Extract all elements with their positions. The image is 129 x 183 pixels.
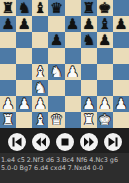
piece-white-knight: ♞ xyxy=(34,80,47,96)
square-e8[interactable] xyxy=(65,0,81,16)
square-f1[interactable]: ♜ xyxy=(81,112,97,128)
square-c6[interactable] xyxy=(32,32,48,48)
piece-black-pawn: ♟ xyxy=(2,16,15,32)
step-forward-button[interactable] xyxy=(80,133,98,151)
square-c5[interactable] xyxy=(32,48,48,64)
piece-white-knight: ♞ xyxy=(50,64,63,80)
piece-black-rook: ♜ xyxy=(82,0,95,16)
square-a8[interactable]: ♜ xyxy=(0,0,16,16)
square-h4[interactable] xyxy=(113,64,129,80)
piece-white-pawn: ♟ xyxy=(82,96,95,112)
stop-button[interactable] xyxy=(56,133,74,151)
square-g2[interactable]: ♟ xyxy=(97,96,113,112)
square-h8[interactable] xyxy=(113,0,129,16)
piece-white-pawn: ♟ xyxy=(66,64,79,80)
square-h7[interactable]: ♟ xyxy=(113,16,129,32)
piece-black-pawn: ♟ xyxy=(82,16,95,32)
square-d8[interactable]: ♛ xyxy=(48,0,64,16)
piece-black-pawn: ♟ xyxy=(114,16,127,32)
square-g5[interactable] xyxy=(97,48,113,64)
playback-controls xyxy=(0,128,129,153)
square-e4[interactable]: ♟ xyxy=(65,64,81,80)
step-back-button[interactable] xyxy=(32,133,50,151)
square-b7[interactable]: ♟ xyxy=(16,16,32,32)
square-c2[interactable]: ♟ xyxy=(32,96,48,112)
move-list: 1.e4 c5 2.Nf3 d6 3.Bc4 Nf6 4.Nc3 g6 5.0-… xyxy=(0,153,129,183)
square-e6[interactable] xyxy=(65,32,81,48)
piece-white-pawn: ♟ xyxy=(114,96,127,112)
piece-white-rook: ♜ xyxy=(2,112,15,128)
square-d4[interactable]: ♞ xyxy=(48,64,64,80)
square-h1[interactable] xyxy=(113,112,129,128)
square-b2[interactable]: ♟ xyxy=(16,96,32,112)
square-g8[interactable]: ♚ xyxy=(97,0,113,16)
rewind-icon xyxy=(36,137,46,147)
piece-white-bishop: ♝ xyxy=(34,112,47,128)
square-g3[interactable] xyxy=(97,80,113,96)
square-d1[interactable]: ♛ xyxy=(48,112,64,128)
piece-white-rook: ♜ xyxy=(82,112,95,128)
square-d2[interactable] xyxy=(48,96,64,112)
square-f5[interactable] xyxy=(81,48,97,64)
square-e3[interactable] xyxy=(65,80,81,96)
skip-to-end-button[interactable] xyxy=(104,133,122,151)
square-g1[interactable]: ♚ xyxy=(97,112,113,128)
square-h3[interactable] xyxy=(113,80,129,96)
piece-white-pawn: ♟ xyxy=(34,96,47,112)
square-a2[interactable]: ♟ xyxy=(0,96,16,112)
square-a5[interactable] xyxy=(0,48,16,64)
square-f6[interactable]: ♞ xyxy=(81,32,97,48)
square-f4[interactable] xyxy=(81,64,97,80)
piece-black-pawn: ♟ xyxy=(98,32,111,48)
square-e2[interactable] xyxy=(65,96,81,112)
square-e5[interactable] xyxy=(65,48,81,64)
piece-black-king: ♚ xyxy=(98,0,111,16)
square-b1[interactable] xyxy=(16,112,32,128)
square-f7[interactable]: ♟ xyxy=(81,16,97,32)
move-list-line-1: 1.e4 c5 2.Nf3 d6 3.Bc4 Nf6 4.Nc3 g6 xyxy=(1,156,128,164)
piece-black-bishop: ♝ xyxy=(98,16,111,32)
square-c4[interactable]: ♝ xyxy=(32,64,48,80)
square-c8[interactable]: ♝ xyxy=(32,0,48,16)
square-a1[interactable]: ♜ xyxy=(0,112,16,128)
square-a4[interactable] xyxy=(0,64,16,80)
square-d3[interactable] xyxy=(48,80,64,96)
square-h2[interactable]: ♟ xyxy=(113,96,129,112)
skip-to-start-button[interactable] xyxy=(8,133,26,151)
square-f3[interactable] xyxy=(81,80,97,96)
square-b8[interactable]: ♞ xyxy=(16,0,32,16)
square-c3[interactable]: ♞ xyxy=(32,80,48,96)
piece-black-pawn: ♟ xyxy=(18,16,31,32)
piece-black-pawn: ♟ xyxy=(50,32,63,48)
square-c7[interactable] xyxy=(32,16,48,32)
piece-black-pawn: ♟ xyxy=(66,16,79,32)
square-b5[interactable] xyxy=(16,48,32,64)
chess-board: ♜♞♝♛♜♚♟♟♟♟♝♟♟♞♟♝♞♟♞♟♟♟♟♟♟♜♝♛♜♚ xyxy=(0,0,129,128)
move-list-line-2: 5.0-0 Bg7 6.d4 cxd4 7.Nxd4 0-0 xyxy=(1,164,128,172)
stop-icon xyxy=(60,137,70,147)
square-b3[interactable] xyxy=(16,80,32,96)
square-h6[interactable] xyxy=(113,32,129,48)
square-e7[interactable]: ♟ xyxy=(65,16,81,32)
piece-white-pawn: ♟ xyxy=(98,96,111,112)
piece-black-queen: ♛ xyxy=(50,0,63,16)
square-d5[interactable] xyxy=(48,48,64,64)
square-c1[interactable]: ♝ xyxy=(32,112,48,128)
fast-forward-icon xyxy=(84,137,94,147)
piece-white-pawn: ♟ xyxy=(18,96,31,112)
piece-black-rook: ♜ xyxy=(2,0,15,16)
square-h5[interactable] xyxy=(113,48,129,64)
piece-black-knight: ♞ xyxy=(18,0,31,16)
square-g4[interactable] xyxy=(97,64,113,80)
square-g6[interactable]: ♟ xyxy=(97,32,113,48)
chess-app-window: ♜♞♝♛♜♚♟♟♟♟♝♟♟♞♟♝♞♟♞♟♟♟♟♟♟♜♝♛♜♚ xyxy=(0,0,129,183)
skip-to-end-icon xyxy=(108,137,118,147)
square-f8[interactable]: ♜ xyxy=(81,0,97,16)
piece-white-king: ♚ xyxy=(98,112,111,128)
square-b4[interactable] xyxy=(16,64,32,80)
square-a7[interactable]: ♟ xyxy=(0,16,16,32)
piece-white-queen: ♛ xyxy=(50,112,63,128)
square-e1[interactable] xyxy=(65,112,81,128)
square-g7[interactable]: ♝ xyxy=(97,16,113,32)
square-a3[interactable] xyxy=(0,80,16,96)
square-f2[interactable]: ♟ xyxy=(81,96,97,112)
piece-black-knight: ♞ xyxy=(82,32,95,48)
piece-white-bishop: ♝ xyxy=(34,64,47,80)
square-d6[interactable]: ♟ xyxy=(48,32,64,48)
square-d7[interactable] xyxy=(48,16,64,32)
skip-to-start-icon xyxy=(12,137,22,147)
square-b6[interactable] xyxy=(16,32,32,48)
piece-white-pawn: ♟ xyxy=(2,96,15,112)
piece-black-bishop: ♝ xyxy=(34,0,47,16)
square-a6[interactable] xyxy=(0,32,16,48)
